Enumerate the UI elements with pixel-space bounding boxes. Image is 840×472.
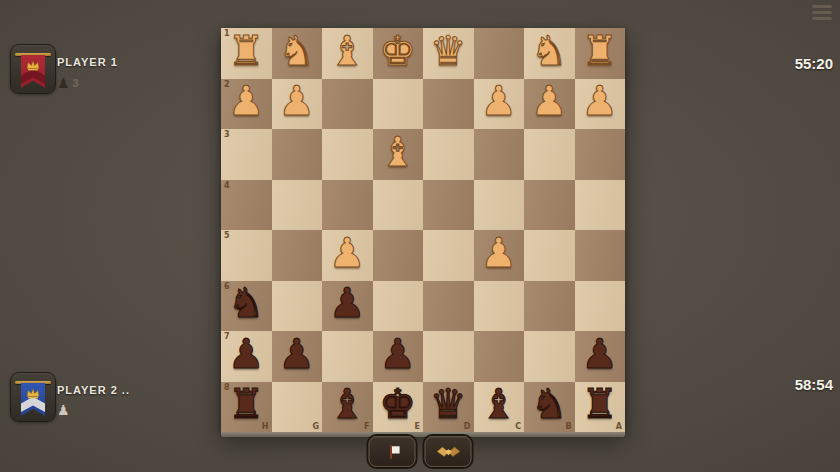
menu-icon[interactable] [812, 5, 832, 20]
player1-captured: ♟ 3 [57, 76, 79, 90]
red-banner-icon [21, 55, 45, 88]
square-f1[interactable]: ♝ [322, 28, 373, 79]
handshake-icon [435, 443, 461, 461]
black-knight-b8[interactable]: ♞ [531, 384, 568, 425]
square-g7[interactable]: ♟ [272, 331, 323, 382]
file-label: G [312, 422, 319, 431]
square-c2[interactable]: ♟ [474, 79, 525, 130]
white-pawn-c2[interactable]: ♟ [480, 81, 517, 122]
square-a2[interactable]: ♟ [575, 79, 626, 130]
player1-avatar[interactable] [10, 44, 56, 94]
square-g2[interactable]: ♟ [272, 79, 323, 130]
square-c7[interactable] [474, 331, 525, 382]
player2-captured: ♟ [57, 403, 73, 417]
square-e8[interactable]: E♚ [373, 382, 424, 433]
black-queen-d8[interactable]: ♛ [430, 384, 467, 425]
white-queen-d1[interactable]: ♛ [430, 31, 467, 72]
square-g3[interactable] [272, 129, 323, 180]
blue-banner-icon [21, 383, 45, 416]
black-rook-a8[interactable]: ♜ [581, 384, 618, 425]
square-g1[interactable]: ♞ [272, 28, 323, 79]
square-e2[interactable] [373, 79, 424, 130]
crown-icon [25, 387, 41, 399]
black-king-e8[interactable]: ♚ [379, 384, 416, 425]
square-h7[interactable]: 7♟ [221, 331, 272, 382]
captured-count: 3 [73, 77, 79, 89]
square-c1[interactable] [474, 28, 525, 79]
crown-icon [25, 59, 41, 71]
white-king-e1[interactable]: ♚ [379, 31, 416, 72]
square-h5[interactable]: 5 [221, 230, 272, 281]
square-d8[interactable]: D♛ [423, 382, 474, 433]
square-b8[interactable]: B♞ [524, 382, 575, 433]
white-knight-g1[interactable]: ♞ [278, 31, 315, 72]
chess-game-screen: PLAYER 1 ♟ 3 55:20 PLAYER 2 .. ♟ 58:54 1… [0, 0, 840, 472]
square-e5[interactable] [373, 230, 424, 281]
white-knight-b1[interactable]: ♞ [531, 31, 568, 72]
menu-bar [812, 17, 832, 20]
square-c6[interactable] [474, 281, 525, 332]
square-d1[interactable]: ♛ [423, 28, 474, 79]
square-h4[interactable]: 4 [221, 180, 272, 231]
rank-label: 4 [224, 181, 230, 190]
square-f7[interactable] [322, 331, 373, 382]
draw-offer-button[interactable] [425, 436, 472, 467]
square-e4[interactable] [373, 180, 424, 231]
square-g5[interactable] [272, 230, 323, 281]
square-b6[interactable] [524, 281, 575, 332]
square-b5[interactable] [524, 230, 575, 281]
square-e7[interactable]: ♟ [373, 331, 424, 382]
rank-label: 3 [224, 130, 230, 139]
square-a8[interactable]: A♜ [575, 382, 626, 433]
square-f6[interactable]: ♟ [322, 281, 373, 332]
player1-name: PLAYER 1 [57, 56, 118, 68]
square-e6[interactable] [373, 281, 424, 332]
white-pawn-h2[interactable]: ♟ [228, 81, 265, 122]
menu-bar [812, 11, 832, 14]
black-rook-h8[interactable]: ♜ [228, 384, 265, 425]
square-d2[interactable] [423, 79, 474, 130]
square-c4[interactable] [474, 180, 525, 231]
square-h2[interactable]: 2♟ [221, 79, 272, 130]
square-e3[interactable]: ♝ [373, 129, 424, 180]
square-b2[interactable]: ♟ [524, 79, 575, 130]
square-a5[interactable] [575, 230, 626, 281]
rank-label: 5 [224, 231, 230, 240]
square-c3[interactable] [474, 129, 525, 180]
white-bishop-e3[interactable]: ♝ [379, 132, 416, 173]
black-bishop-c8[interactable]: ♝ [480, 384, 517, 425]
black-pawn-g7[interactable]: ♟ [278, 334, 315, 375]
black-pawn-h7[interactable]: ♟ [228, 334, 265, 375]
resign-button[interactable] [369, 436, 416, 467]
square-b7[interactable] [524, 331, 575, 382]
menu-bar [812, 5, 832, 8]
square-e1[interactable]: ♚ [373, 28, 424, 79]
square-g4[interactable] [272, 180, 323, 231]
player2-clock: 58:54 [795, 376, 833, 393]
white-pawn-a2[interactable]: ♟ [581, 81, 618, 122]
game-controls [369, 436, 472, 467]
captured-black-pawn-icon: ♟ [57, 76, 70, 90]
white-rook-h1[interactable]: ♜ [228, 31, 265, 72]
square-g8[interactable]: G [272, 382, 323, 433]
square-h3[interactable]: 3 [221, 129, 272, 180]
white-pawn-c5[interactable]: ♟ [480, 233, 517, 274]
square-f2[interactable] [322, 79, 373, 130]
square-f4[interactable] [322, 180, 373, 231]
square-h8[interactable]: 8H♜ [221, 382, 272, 433]
white-flag-icon [382, 442, 402, 462]
square-c5[interactable]: ♟ [474, 230, 525, 281]
black-pawn-a7[interactable]: ♟ [581, 334, 618, 375]
white-pawn-f5[interactable]: ♟ [329, 233, 366, 274]
square-d4[interactable] [423, 180, 474, 231]
square-d5[interactable] [423, 230, 474, 281]
player2-avatar[interactable] [10, 372, 56, 422]
player1-clock: 55:20 [795, 55, 833, 72]
square-a3[interactable] [575, 129, 626, 180]
white-pawn-b2[interactable]: ♟ [531, 81, 568, 122]
black-pawn-f6[interactable]: ♟ [329, 283, 366, 324]
player2-name: PLAYER 2 .. [57, 384, 130, 396]
square-a6[interactable] [575, 281, 626, 332]
square-a1[interactable]: ♜ [575, 28, 626, 79]
square-d3[interactable] [423, 129, 474, 180]
square-h1[interactable]: 1♜ [221, 28, 272, 79]
white-pawn-g2[interactable]: ♟ [278, 81, 315, 122]
square-b1[interactable]: ♞ [524, 28, 575, 79]
square-b3[interactable] [524, 129, 575, 180]
square-g6[interactable] [272, 281, 323, 332]
square-d7[interactable] [423, 331, 474, 382]
square-f5[interactable]: ♟ [322, 230, 373, 281]
chess-board: 1♜♞♝♚♛♞♜2♟♟♟♟♟3♝45♟♟6♞♟7♟♟♟♟8H♜GF♝E♚D♛C♝… [221, 28, 625, 432]
square-f8[interactable]: F♝ [322, 382, 373, 433]
square-f3[interactable] [322, 129, 373, 180]
black-pawn-e7[interactable]: ♟ [379, 334, 416, 375]
captured-white-pawn-icon: ♟ [57, 403, 70, 417]
square-b4[interactable] [524, 180, 575, 231]
square-d6[interactable] [423, 281, 474, 332]
square-a7[interactable]: ♟ [575, 331, 626, 382]
square-h6[interactable]: 6♞ [221, 281, 272, 332]
white-bishop-f1[interactable]: ♝ [329, 31, 366, 72]
square-c8[interactable]: C♝ [474, 382, 525, 433]
black-bishop-f8[interactable]: ♝ [329, 384, 366, 425]
square-a4[interactable] [575, 180, 626, 231]
white-rook-a1[interactable]: ♜ [581, 31, 618, 72]
black-knight-h6[interactable]: ♞ [228, 283, 265, 324]
